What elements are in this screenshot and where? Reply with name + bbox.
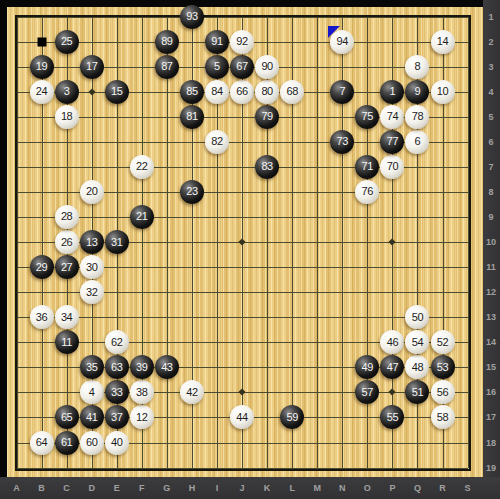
move-number: 55 xyxy=(387,412,398,423)
move-number: 40 xyxy=(111,437,122,448)
move-number: 84 xyxy=(211,86,222,97)
stone-83[interactable]: 83 xyxy=(255,155,279,179)
move-number: 66 xyxy=(236,86,247,97)
move-number: 47 xyxy=(387,362,398,373)
move-number: 78 xyxy=(412,111,423,122)
column-label-Q: Q xyxy=(414,484,421,493)
move-number: 85 xyxy=(186,86,197,97)
move-number: 56 xyxy=(437,387,448,398)
move-number: 48 xyxy=(412,362,423,373)
move-number: 50 xyxy=(412,312,423,323)
stone-39[interactable]: 39 xyxy=(130,355,154,379)
column-label-D: D xyxy=(88,484,95,493)
stone-27[interactable]: 27 xyxy=(55,255,79,279)
stone-28[interactable]: 28 xyxy=(55,205,79,229)
stone-9[interactable]: 9 xyxy=(405,80,429,104)
move-number: 11 xyxy=(61,337,72,348)
stone-31[interactable]: 31 xyxy=(105,230,129,254)
move-number: 60 xyxy=(86,437,97,448)
stone-30[interactable]: 30 xyxy=(80,255,104,279)
row-label-13: 13 xyxy=(486,313,496,322)
move-number: 20 xyxy=(86,186,97,197)
stone-74[interactable]: 74 xyxy=(380,105,404,129)
row-label-16: 16 xyxy=(486,388,496,397)
move-number: 59 xyxy=(286,412,297,423)
stone-22[interactable]: 22 xyxy=(130,155,154,179)
move-number: 61 xyxy=(61,437,72,448)
row-label-18: 18 xyxy=(486,438,496,447)
row-label-2: 2 xyxy=(488,37,493,46)
move-number: 13 xyxy=(86,237,97,248)
column-label-B: B xyxy=(38,484,45,493)
column-label-O: O xyxy=(364,484,371,493)
stone-89[interactable]: 89 xyxy=(155,30,179,54)
move-number: 14 xyxy=(437,36,448,47)
stone-8[interactable]: 8 xyxy=(405,55,429,79)
stone-40[interactable]: 40 xyxy=(105,431,129,455)
move-number: 76 xyxy=(362,186,373,197)
stone-41[interactable]: 41 xyxy=(80,405,104,429)
stone-24[interactable]: 24 xyxy=(30,80,54,104)
stone-85[interactable]: 85 xyxy=(180,80,204,104)
stone-65[interactable]: 65 xyxy=(55,405,79,429)
move-number: 93 xyxy=(186,11,197,22)
stone-75[interactable]: 75 xyxy=(355,105,379,129)
stone-4[interactable]: 4 xyxy=(80,380,104,404)
stone-68[interactable]: 68 xyxy=(280,80,304,104)
move-number: 44 xyxy=(236,412,247,423)
stone-35[interactable]: 35 xyxy=(80,355,104,379)
stone-23[interactable]: 23 xyxy=(180,180,204,204)
move-number: 37 xyxy=(111,412,122,423)
move-number: 17 xyxy=(86,61,97,72)
move-number: 5 xyxy=(214,61,220,72)
move-number: 26 xyxy=(61,237,72,248)
move-number: 91 xyxy=(211,36,222,47)
board-frame-top xyxy=(0,0,483,7)
column-label-P: P xyxy=(389,484,395,493)
move-number: 31 xyxy=(111,237,122,248)
move-number: 36 xyxy=(36,312,47,323)
column-labels-strip xyxy=(0,477,500,499)
move-number: 29 xyxy=(36,262,47,273)
move-number: 21 xyxy=(136,211,147,222)
move-number: 25 xyxy=(61,36,72,47)
move-number: 18 xyxy=(61,111,72,122)
stone-67[interactable]: 67 xyxy=(230,55,254,79)
move-number: 89 xyxy=(161,36,172,47)
row-label-3: 3 xyxy=(488,62,493,71)
move-number: 15 xyxy=(111,86,122,97)
stone-53[interactable]: 53 xyxy=(431,355,455,379)
stone-62[interactable]: 62 xyxy=(105,330,129,354)
row-label-11: 11 xyxy=(486,263,496,272)
move-number: 4 xyxy=(89,387,95,398)
column-label-S: S xyxy=(465,484,471,493)
row-label-14: 14 xyxy=(486,338,496,347)
stone-26[interactable]: 26 xyxy=(55,230,79,254)
stone-63[interactable]: 63 xyxy=(105,355,129,379)
stone-15[interactable]: 15 xyxy=(105,80,129,104)
stone-33[interactable]: 33 xyxy=(105,380,129,404)
move-number: 24 xyxy=(36,86,47,97)
stone-52[interactable]: 52 xyxy=(431,330,455,354)
move-number: 23 xyxy=(186,186,197,197)
stone-29[interactable]: 29 xyxy=(30,255,54,279)
column-label-C: C xyxy=(63,484,70,493)
stone-3[interactable]: 3 xyxy=(55,80,79,104)
stone-90[interactable]: 90 xyxy=(255,55,279,79)
stone-10[interactable]: 10 xyxy=(431,80,455,104)
move-number: 82 xyxy=(211,136,222,147)
move-number: 8 xyxy=(415,61,421,72)
stone-81[interactable]: 81 xyxy=(180,105,204,129)
move-number: 52 xyxy=(437,337,448,348)
move-number: 22 xyxy=(136,161,147,172)
move-number: 19 xyxy=(36,61,47,72)
move-number: 74 xyxy=(387,111,398,122)
move-number: 12 xyxy=(136,412,147,423)
move-number: 81 xyxy=(186,111,197,122)
move-number: 57 xyxy=(362,387,373,398)
move-number: 54 xyxy=(412,337,423,348)
move-number: 43 xyxy=(161,362,172,373)
move-number: 32 xyxy=(86,287,97,298)
move-number: 3 xyxy=(64,86,70,97)
move-number: 7 xyxy=(339,86,345,97)
move-number: 6 xyxy=(415,136,421,147)
stone-60[interactable]: 60 xyxy=(80,431,104,455)
column-label-K: K xyxy=(264,484,271,493)
column-label-M: M xyxy=(313,484,321,493)
move-number: 53 xyxy=(437,362,448,373)
row-label-1: 1 xyxy=(488,12,493,21)
move-number: 70 xyxy=(387,161,398,172)
row-label-5: 5 xyxy=(488,112,493,121)
move-number: 10 xyxy=(437,86,448,97)
stone-84[interactable]: 84 xyxy=(205,80,229,104)
row-label-19: 19 xyxy=(486,463,496,472)
stone-92[interactable]: 92 xyxy=(230,30,254,54)
row-label-12: 12 xyxy=(486,288,496,297)
move-number: 80 xyxy=(261,86,272,97)
row-label-10: 10 xyxy=(486,238,496,247)
move-number: 92 xyxy=(236,36,247,47)
go-board-diagram: 1345678910111213141517181920212223242526… xyxy=(0,0,500,499)
move-number: 58 xyxy=(437,412,448,423)
stone-1[interactable]: 1 xyxy=(380,80,404,104)
stone-79[interactable]: 79 xyxy=(255,105,279,129)
move-number: 94 xyxy=(337,36,348,47)
move-number: 28 xyxy=(61,211,72,222)
move-number: 1 xyxy=(390,86,396,97)
stone-20[interactable]: 20 xyxy=(80,180,104,204)
move-number: 62 xyxy=(111,337,122,348)
stone-36[interactable]: 36 xyxy=(30,305,54,329)
stone-7[interactable]: 7 xyxy=(330,80,354,104)
stone-61[interactable]: 61 xyxy=(55,431,79,455)
move-number: 90 xyxy=(261,61,272,72)
stone-66[interactable]: 66 xyxy=(230,80,254,104)
move-number: 67 xyxy=(236,61,247,72)
row-label-17: 17 xyxy=(486,413,496,422)
board-frame-left xyxy=(0,0,7,477)
move-number: 41 xyxy=(86,412,97,423)
stone-58[interactable]: 58 xyxy=(431,405,455,429)
stone-11[interactable]: 11 xyxy=(55,330,79,354)
move-number: 30 xyxy=(86,262,97,273)
move-number: 46 xyxy=(387,337,398,348)
column-label-R: R xyxy=(439,484,446,493)
move-number: 68 xyxy=(286,86,297,97)
stone-87[interactable]: 87 xyxy=(155,55,179,79)
stone-13[interactable]: 13 xyxy=(80,230,104,254)
stone-64[interactable]: 64 xyxy=(30,431,54,455)
move-number: 33 xyxy=(111,387,122,398)
stone-18[interactable]: 18 xyxy=(55,105,79,129)
column-label-J: J xyxy=(240,484,245,493)
stone-5[interactable]: 5 xyxy=(205,55,229,79)
move-number: 42 xyxy=(186,387,197,398)
column-label-F: F xyxy=(139,484,145,493)
stone-34[interactable]: 34 xyxy=(55,305,79,329)
move-number: 35 xyxy=(86,362,97,373)
move-number: 9 xyxy=(415,86,421,97)
column-label-N: N xyxy=(339,484,346,493)
move-number: 87 xyxy=(161,61,172,72)
stone-19[interactable]: 19 xyxy=(30,55,54,79)
column-label-E: E xyxy=(114,484,120,493)
stone-82[interactable]: 82 xyxy=(205,130,229,154)
move-number: 34 xyxy=(61,312,72,323)
move-number: 51 xyxy=(412,387,423,398)
stone-80[interactable]: 80 xyxy=(255,80,279,104)
move-number: 79 xyxy=(261,111,272,122)
move-number: 77 xyxy=(387,136,398,147)
stone-32[interactable]: 32 xyxy=(80,280,104,304)
last-move-triangle-icon xyxy=(328,26,340,38)
square-marker xyxy=(37,37,46,46)
column-label-L: L xyxy=(289,484,295,493)
row-label-15: 15 xyxy=(486,363,496,372)
move-number: 65 xyxy=(61,412,72,423)
stone-17[interactable]: 17 xyxy=(80,55,104,79)
move-number: 75 xyxy=(362,111,373,122)
move-number: 38 xyxy=(136,387,147,398)
move-number: 63 xyxy=(111,362,122,373)
stone-21[interactable]: 21 xyxy=(130,205,154,229)
stone-14[interactable]: 14 xyxy=(431,30,455,54)
column-label-H: H xyxy=(189,484,196,493)
move-number: 39 xyxy=(136,362,147,373)
move-number: 64 xyxy=(36,437,47,448)
stone-56[interactable]: 56 xyxy=(431,380,455,404)
move-number: 83 xyxy=(261,161,272,172)
move-number: 71 xyxy=(362,161,373,172)
column-label-I: I xyxy=(216,484,219,493)
stone-25[interactable]: 25 xyxy=(55,30,79,54)
row-label-7: 7 xyxy=(488,162,493,171)
column-label-G: G xyxy=(163,484,170,493)
stone-73[interactable]: 73 xyxy=(330,130,354,154)
stone-93[interactable]: 93 xyxy=(180,5,204,29)
column-label-A: A xyxy=(13,484,20,493)
row-label-9: 9 xyxy=(488,212,493,221)
row-label-6: 6 xyxy=(488,137,493,146)
stone-91[interactable]: 91 xyxy=(205,30,229,54)
move-number: 27 xyxy=(61,262,72,273)
row-label-4: 4 xyxy=(488,87,493,96)
move-number: 73 xyxy=(337,136,348,147)
row-label-8: 8 xyxy=(488,187,493,196)
move-number: 49 xyxy=(362,362,373,373)
